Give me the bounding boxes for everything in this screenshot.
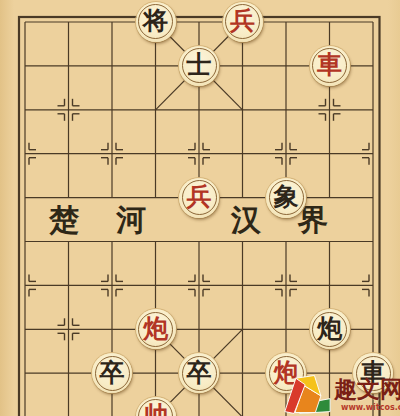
- piece-red-chariot[interactable]: 車: [310, 46, 350, 86]
- piece-black-advisor[interactable]: 士: [179, 46, 219, 86]
- piece-label: 炮: [143, 316, 168, 341]
- piece-label: 卒: [187, 360, 212, 385]
- piece-black-elephant[interactable]: 象: [266, 178, 306, 218]
- piece-black-general[interactable]: 将: [136, 2, 176, 42]
- watermark-site-url: www.witcos.com: [341, 403, 400, 412]
- piece-red-general[interactable]: 帅: [136, 397, 176, 416]
- piece-black-soldier[interactable]: 卒: [92, 353, 132, 393]
- piece-red-soldier[interactable]: 兵: [179, 178, 219, 218]
- piece-red-cannon[interactable]: 炮: [136, 309, 176, 349]
- piece-label: 象: [274, 184, 299, 209]
- piece-grid: 将兵士車兵象炮炮卒卒炮車帅: [3, 0, 395, 416]
- piece-label: 将: [143, 8, 168, 33]
- piece-black-soldier[interactable]: 卒: [179, 353, 219, 393]
- watermark: 趣文网 www.witcos.com: [282, 371, 400, 416]
- piece-black-cannon[interactable]: 炮: [310, 309, 350, 349]
- piece-label: 卒: [100, 360, 125, 385]
- watermark-site-name: 趣文网: [334, 374, 400, 405]
- piece-red-soldier[interactable]: 兵: [223, 2, 263, 42]
- xiangqi-board: 楚河 汉界 将兵士車兵象炮炮卒卒炮車帅 趣文网 www.witcos.com: [0, 0, 400, 416]
- piece-label: 帅: [143, 403, 168, 416]
- witcos-logo-icon: [282, 372, 332, 416]
- piece-label: 兵: [187, 184, 212, 209]
- piece-label: 兵: [230, 8, 255, 33]
- piece-label: 車: [317, 52, 342, 77]
- piece-label: 炮: [317, 316, 342, 341]
- piece-label: 士: [187, 52, 212, 77]
